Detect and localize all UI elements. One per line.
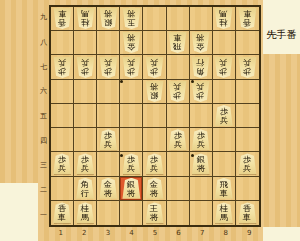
square-6四[interactable]: 歩兵 <box>167 128 190 152</box>
square-9七[interactable]: 歩兵 <box>236 55 259 79</box>
piece-gote-keima[interactable]: 桂馬 <box>214 202 233 223</box>
square-6一[interactable] <box>167 201 190 225</box>
piece-gote-kinsho[interactable]: 金将 <box>99 178 118 199</box>
square-4二[interactable]: 銀将 <box>120 177 143 201</box>
piece-gote-keima[interactable]: 桂馬 <box>76 202 95 223</box>
piece-sente-kyosha[interactable]: 香車 <box>53 8 72 29</box>
piece-gote-fuhyo[interactable]: 歩兵 <box>168 129 187 150</box>
square-5七[interactable]: 歩兵 <box>143 55 166 79</box>
file-label-4: 4 <box>120 228 144 239</box>
square-4三[interactable]: 歩兵 <box>120 152 143 176</box>
square-6二[interactable] <box>167 177 190 201</box>
square-2五[interactable] <box>74 104 97 128</box>
file-label-8: 8 <box>214 228 238 239</box>
square-4六[interactable] <box>120 80 143 104</box>
square-5九[interactable] <box>143 7 166 31</box>
square-2八[interactable] <box>74 31 97 55</box>
square-9一[interactable]: 香車 <box>236 201 259 225</box>
piece-sente-fuhyo[interactable]: 歩兵 <box>191 81 210 102</box>
square-3四[interactable]: 歩兵 <box>97 128 120 152</box>
square-9五[interactable] <box>236 104 259 128</box>
square-7五[interactable] <box>190 104 213 128</box>
file-labels: 123456789 <box>49 228 261 239</box>
file-label-6: 6 <box>167 228 191 239</box>
square-2六[interactable] <box>74 80 97 104</box>
square-2七[interactable]: 歩兵 <box>74 55 97 79</box>
piece-gote-kakugyo[interactable]: 角行 <box>76 178 95 199</box>
hoshi-dot <box>120 80 123 83</box>
shogi-app: 先手番 九八七六五四三二一 123456789 香車桂馬銀将玉将桂馬香車金将飛車… <box>0 0 300 241</box>
square-3八[interactable] <box>97 31 120 55</box>
piece-sente-hisha[interactable]: 飛車 <box>168 32 187 53</box>
square-9二[interactable] <box>236 177 259 201</box>
piece-sente-kakugyo[interactable]: 角行 <box>191 57 210 78</box>
piece-sente-ginsho[interactable]: 銀将 <box>145 81 164 102</box>
square-1五[interactable] <box>51 104 74 128</box>
square-1三[interactable]: 歩兵 <box>51 152 74 176</box>
square-1六[interactable] <box>51 80 74 104</box>
piece-sente-fuhyo[interactable]: 歩兵 <box>76 57 95 78</box>
square-5三[interactable]: 歩兵 <box>143 152 166 176</box>
rank-label-八: 八 <box>38 30 49 55</box>
piece-gote-fuhyo[interactable]: 歩兵 <box>191 129 210 150</box>
hoshi-dot <box>120 154 123 157</box>
square-8八[interactable] <box>213 31 236 55</box>
rank-label-六: 六 <box>38 79 49 104</box>
piece-gote-fuhyo[interactable]: 歩兵 <box>99 129 118 150</box>
piece-sente-keima[interactable]: 桂馬 <box>214 8 233 29</box>
square-7七[interactable]: 角行 <box>190 55 213 79</box>
square-4四[interactable] <box>120 128 143 152</box>
square-4五[interactable] <box>120 104 143 128</box>
square-4一[interactable] <box>120 201 143 225</box>
square-5八[interactable] <box>143 31 166 55</box>
piece-gote-fuhyo[interactable]: 歩兵 <box>238 153 257 174</box>
square-7四[interactable]: 歩兵 <box>190 128 213 152</box>
square-5一[interactable]: 王将 <box>143 201 166 225</box>
file-label-5: 5 <box>143 228 167 239</box>
square-1二[interactable] <box>51 177 74 201</box>
file-label-2: 2 <box>73 228 97 239</box>
piece-gote-fuhyo[interactable]: 歩兵 <box>76 153 95 174</box>
piece-sente-kinsho[interactable]: 金将 <box>122 32 141 53</box>
piece-gote-kyosha[interactable]: 香車 <box>238 202 257 223</box>
square-8六[interactable] <box>213 80 236 104</box>
square-6五[interactable] <box>167 104 190 128</box>
hoshi-dot <box>191 154 194 157</box>
square-1一[interactable]: 香車 <box>51 201 74 225</box>
rank-label-二: 二 <box>38 178 49 203</box>
piece-gote-ginsho[interactable]: 銀将 <box>191 153 210 174</box>
square-2二[interactable]: 角行 <box>74 177 97 201</box>
piece-sente-fuhyo[interactable]: 歩兵 <box>214 57 233 78</box>
square-8九[interactable]: 桂馬 <box>213 7 236 31</box>
rank-label-七: 七 <box>38 54 49 79</box>
piece-gote-kinsho[interactable]: 金将 <box>145 178 164 199</box>
square-6六[interactable]: 歩兵 <box>167 80 190 104</box>
sente-komadai-panel <box>0 183 38 241</box>
rank-label-三: 三 <box>38 153 49 178</box>
piece-sente-fuhyo[interactable]: 歩兵 <box>238 57 257 78</box>
square-8一[interactable]: 桂馬 <box>213 201 236 225</box>
square-6八[interactable]: 飛車 <box>167 31 190 55</box>
piece-gote-fuhyo[interactable]: 歩兵 <box>145 153 164 174</box>
square-8七[interactable]: 歩兵 <box>213 55 236 79</box>
square-4八[interactable]: 金将 <box>120 31 143 55</box>
square-5六[interactable]: 銀将 <box>143 80 166 104</box>
square-3五[interactable] <box>97 104 120 128</box>
square-5四[interactable] <box>143 128 166 152</box>
piece-sente-fuhyo[interactable]: 歩兵 <box>168 81 187 102</box>
square-1七[interactable]: 歩兵 <box>51 55 74 79</box>
piece-gote-kyosha[interactable]: 香車 <box>53 202 72 223</box>
square-8五[interactable]: 歩兵 <box>213 104 236 128</box>
square-7八[interactable]: 金将 <box>190 31 213 55</box>
piece-gote-fuhyo[interactable]: 歩兵 <box>122 153 141 174</box>
square-9八[interactable] <box>236 31 259 55</box>
square-2三[interactable]: 歩兵 <box>74 152 97 176</box>
square-2四[interactable] <box>74 128 97 152</box>
piece-sente-fuhyo[interactable]: 歩兵 <box>145 57 164 78</box>
piece-gote-osho[interactable]: 王将 <box>145 202 164 223</box>
square-9三[interactable]: 歩兵 <box>236 152 259 176</box>
square-8四[interactable] <box>213 128 236 152</box>
square-7六[interactable]: 歩兵 <box>190 80 213 104</box>
piece-sente-kinsho[interactable]: 金将 <box>191 32 210 53</box>
square-5二[interactable]: 金将 <box>143 177 166 201</box>
rank-label-九: 九 <box>38 5 49 30</box>
square-7二[interactable] <box>190 177 213 201</box>
square-7一[interactable] <box>190 201 213 225</box>
square-1九[interactable]: 香車 <box>51 7 74 31</box>
rank-label-五: 五 <box>38 104 49 129</box>
square-5五[interactable] <box>143 104 166 128</box>
rank-label-四: 四 <box>38 128 49 153</box>
shogi-board: 香車桂馬銀将玉将桂馬香車金将飛車金将歩兵歩兵歩兵歩兵歩兵角行歩兵歩兵銀将歩兵歩兵… <box>49 5 261 227</box>
piece-gote-fuhyo[interactable]: 歩兵 <box>214 105 233 126</box>
square-9六[interactable] <box>236 80 259 104</box>
square-2九[interactable]: 桂馬 <box>74 7 97 31</box>
piece-gote-hisha[interactable]: 飛車 <box>214 178 233 199</box>
square-3三[interactable] <box>97 152 120 176</box>
corner-panel <box>263 227 300 241</box>
square-3二[interactable]: 金将 <box>97 177 120 201</box>
square-4九[interactable]: 玉将 <box>120 7 143 31</box>
square-9四[interactable] <box>236 128 259 152</box>
square-7九[interactable] <box>190 7 213 31</box>
square-8三[interactable] <box>213 152 236 176</box>
square-8二[interactable]: 飛車 <box>213 177 236 201</box>
piece-sente-fuhyo[interactable]: 歩兵 <box>99 57 118 78</box>
square-6九[interactable] <box>167 7 190 31</box>
square-6七[interactable] <box>167 55 190 79</box>
square-3七[interactable]: 歩兵 <box>97 55 120 79</box>
piece-sente-kyosha[interactable]: 香車 <box>238 8 257 29</box>
file-label-9: 9 <box>238 228 262 239</box>
rank-labels: 九八七六五四三二一 <box>38 5 49 227</box>
hoshi-dot <box>191 80 194 83</box>
square-1四[interactable] <box>51 128 74 152</box>
gote-komadai-panel <box>263 0 300 54</box>
piece-sente-gyokusho[interactable]: 玉将 <box>122 8 141 29</box>
square-1八[interactable] <box>51 31 74 55</box>
piece-sente-keima[interactable]: 桂馬 <box>76 8 95 29</box>
file-label-1: 1 <box>49 228 73 239</box>
square-6三[interactable] <box>167 152 190 176</box>
square-4七[interactable]: 歩兵 <box>120 55 143 79</box>
board-grid: 香車桂馬銀将玉将桂馬香車金将飛車金将歩兵歩兵歩兵歩兵歩兵角行歩兵歩兵銀将歩兵歩兵… <box>51 7 259 225</box>
piece-sente-ginsho[interactable]: 銀将 <box>99 8 118 29</box>
turn-indicator: 先手番 <box>263 28 300 42</box>
square-3六[interactable] <box>97 80 120 104</box>
rank-label-一: 一 <box>38 202 49 227</box>
piece-gote-ginsho[interactable]: 銀将 <box>122 178 141 199</box>
piece-sente-fuhyo[interactable]: 歩兵 <box>53 57 72 78</box>
square-9九[interactable]: 香車 <box>236 7 259 31</box>
piece-gote-fuhyo[interactable]: 歩兵 <box>53 153 72 174</box>
file-label-7: 7 <box>190 228 214 239</box>
square-3一[interactable] <box>97 201 120 225</box>
square-2一[interactable]: 桂馬 <box>74 201 97 225</box>
piece-sente-fuhyo[interactable]: 歩兵 <box>122 57 141 78</box>
square-3九[interactable]: 銀将 <box>97 7 120 31</box>
file-label-3: 3 <box>96 228 120 239</box>
